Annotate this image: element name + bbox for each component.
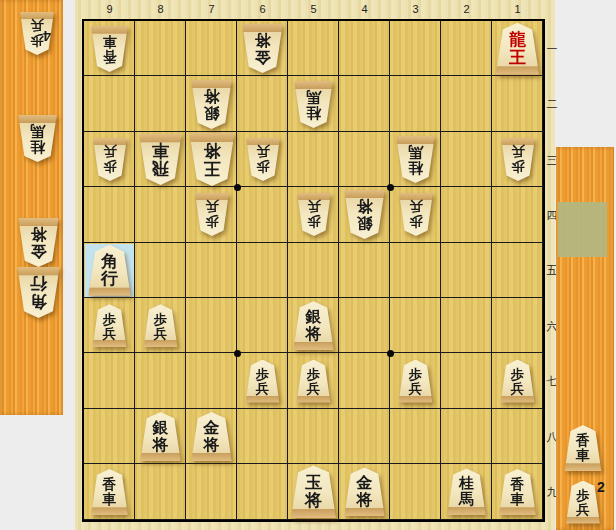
- koma-kanji: 兵: [256, 381, 270, 395]
- koma-kanji: 将: [203, 142, 220, 160]
- silver-koma-face: 銀将: [190, 80, 233, 129]
- lance-koma-face: 香車: [564, 425, 603, 471]
- pawn-koma-face: 歩兵: [245, 138, 281, 181]
- column-label-2: 2: [457, 3, 477, 15]
- koma-kanji: 香: [576, 433, 590, 448]
- koma-kanji: 歩: [103, 312, 117, 326]
- gote-hand-tray[interactable]: 歩兵4桂馬金将角行: [0, 0, 63, 415]
- koma-kanji: 歩: [409, 215, 423, 229]
- piece-gote-pawn-54[interactable]: 歩兵: [296, 193, 332, 236]
- piece-gote-silver-72[interactable]: 銀将: [190, 80, 233, 129]
- koma-kanji: 車: [576, 448, 590, 463]
- koma-kanji: 金: [204, 420, 220, 437]
- piece-sente-pawn-37[interactable]: 歩兵: [398, 360, 434, 403]
- king-koma-face: 玉将: [290, 465, 338, 518]
- pawn-koma-face: 歩兵: [500, 138, 536, 181]
- piece-sente-dragon-11[interactable]: 龍王: [495, 23, 541, 75]
- piece-sente-king-59[interactable]: 玉将: [290, 465, 338, 518]
- koma-kanji: 将: [255, 32, 271, 49]
- sente-hand-tray[interactable]: 香車歩兵2: [556, 147, 614, 530]
- hand-count-pawn: 2: [594, 478, 608, 496]
- koma-kanji: 将: [306, 326, 322, 343]
- koma-kanji: 王: [203, 160, 220, 178]
- piece-gote-gold-inhand[interactable]: 金将: [17, 218, 60, 267]
- shogi-board[interactable]: 香車金将龍王銀将桂馬歩兵飛車王将歩兵桂馬歩兵歩兵歩兵銀将歩兵角行歩兵歩兵銀将歩兵…: [82, 19, 545, 522]
- koma-kanji: 将: [204, 437, 220, 454]
- koma-kanji: 車: [152, 142, 169, 160]
- piece-gote-rook-83[interactable]: 飛車: [138, 134, 183, 185]
- piece-sente-silver-56[interactable]: 銀将: [292, 301, 335, 350]
- pawn-koma-face: 歩兵: [245, 360, 281, 403]
- koma-kanji: 歩: [103, 160, 117, 174]
- koma-kanji: 銀: [153, 420, 169, 437]
- star-point-2: [234, 350, 241, 357]
- knight-koma-face: 桂馬: [446, 468, 487, 515]
- pawn-koma-face: 歩兵: [296, 193, 332, 236]
- board-area: 987654321 一二三四五六七八九 香車金将龍王銀将桂馬歩兵飛車王将歩兵桂馬…: [75, 0, 555, 530]
- koma-kanji: 金: [30, 242, 46, 259]
- koma-kanji: 将: [30, 225, 46, 242]
- bishop-koma-face: 角行: [87, 245, 132, 296]
- pawn-koma-face: 歩兵: [143, 304, 179, 347]
- koma-kanji: 馬: [459, 492, 474, 508]
- koma-kanji: 行: [30, 274, 47, 292]
- piece-gote-bishop-inhand[interactable]: 角行: [16, 267, 61, 318]
- koma-kanji: 歩: [256, 160, 270, 174]
- koma-kanji: 桂: [408, 160, 423, 176]
- hand-count-pawn: 4: [40, 27, 54, 45]
- knight-koma-face: 桂馬: [17, 115, 58, 162]
- piece-sente-pawn-67[interactable]: 歩兵: [245, 360, 281, 403]
- koma-kanji: 馬: [408, 144, 423, 160]
- koma-kanji: 兵: [307, 201, 321, 215]
- koma-kanji: 香: [103, 477, 117, 492]
- piece-gote-pawn-34[interactable]: 歩兵: [398, 193, 434, 236]
- pawn-koma-face: 歩兵: [92, 304, 128, 347]
- rook-koma-face: 飛車: [138, 134, 183, 185]
- koma-kanji: 歩: [205, 215, 219, 229]
- koma-kanji: 銀: [204, 104, 220, 121]
- koma-kanji: 香: [103, 49, 117, 64]
- koma-kanji: 歩: [511, 160, 525, 174]
- koma-kanji: 歩: [409, 367, 423, 381]
- piece-sente-pawn-86[interactable]: 歩兵: [143, 304, 179, 347]
- pawn-koma-face: 歩兵: [92, 138, 128, 181]
- bishop-koma-face: 角行: [16, 267, 61, 318]
- koma-kanji: 兵: [307, 381, 321, 395]
- piece-gote-pawn-13[interactable]: 歩兵: [500, 138, 536, 181]
- silver-koma-face: 銀将: [292, 301, 335, 350]
- piece-sente-lance-99[interactable]: 香車: [90, 469, 129, 515]
- piece-sente-lance-inhand[interactable]: 香車: [564, 425, 603, 471]
- koma-kanji: 馬: [30, 122, 45, 138]
- koma-kanji: 王: [509, 49, 526, 67]
- shogi-app: 歩兵4桂馬金将角行 987654321 一二三四五六七八九 香車金将龍王銀将桂馬…: [0, 0, 616, 530]
- lance-koma-face: 香車: [498, 469, 537, 515]
- koma-kanji: 兵: [409, 201, 423, 215]
- gold-koma-face: 金将: [241, 24, 284, 73]
- row-label-2: 二: [545, 97, 559, 111]
- silver-koma-face: 銀将: [343, 190, 386, 239]
- piece-sente-gold-49[interactable]: 金将: [343, 467, 386, 516]
- piece-gote-gold-61[interactable]: 金将: [241, 24, 284, 73]
- koma-kanji: 車: [103, 34, 117, 49]
- piece-gote-pawn-74[interactable]: 歩兵: [194, 193, 230, 236]
- column-label-8: 8: [151, 3, 171, 15]
- koma-kanji: 歩: [256, 367, 270, 381]
- koma-kanji: 兵: [409, 381, 423, 395]
- lance-koma-face: 香車: [90, 469, 129, 515]
- gold-koma-face: 金将: [190, 412, 233, 461]
- piece-gote-knight-inhand[interactable]: 桂馬: [17, 115, 58, 162]
- koma-kanji: 将: [357, 492, 373, 509]
- koma-kanji: 将: [204, 87, 220, 104]
- gold-koma-face: 金将: [343, 467, 386, 516]
- koma-kanji: 兵: [511, 381, 525, 395]
- hand-slot-highlight: [558, 202, 607, 257]
- koma-kanji: 兵: [154, 326, 168, 340]
- koma-kanji: 将: [305, 492, 322, 510]
- koma-kanji: 角: [30, 292, 47, 310]
- pawn-koma-face: 歩兵: [398, 193, 434, 236]
- piece-sente-knight-29[interactable]: 桂馬: [446, 468, 487, 515]
- koma-kanji: 行: [101, 270, 118, 288]
- koma-kanji: 兵: [103, 326, 117, 340]
- koma-kanji: 歩: [307, 215, 321, 229]
- koma-kanji: 飛: [152, 160, 169, 178]
- column-label-1: 1: [508, 3, 528, 15]
- pawn-koma-face: 歩兵: [296, 360, 332, 403]
- koma-kanji: 兵: [103, 145, 117, 159]
- lance-koma-face: 香車: [90, 26, 129, 72]
- piece-gote-knight-52[interactable]: 桂馬: [293, 81, 334, 128]
- koma-kanji: 兵: [576, 502, 590, 516]
- pawn-koma-face: 歩兵: [500, 360, 536, 403]
- koma-kanji: 兵: [511, 145, 525, 159]
- koma-kanji: 歩: [154, 312, 168, 326]
- star-point-3: [387, 350, 394, 357]
- koma-kanji: 歩: [576, 488, 590, 502]
- piece-gote-silver-44[interactable]: 銀将: [343, 190, 386, 239]
- dragon-koma-face: 龍王: [495, 23, 541, 75]
- piece-sente-pawn-17[interactable]: 歩兵: [500, 360, 536, 403]
- koma-kanji: 金: [255, 49, 271, 66]
- piece-sente-gold-78[interactable]: 金将: [190, 412, 233, 461]
- king-koma-face: 王将: [188, 133, 236, 186]
- piece-sente-pawn-96[interactable]: 歩兵: [92, 304, 128, 347]
- star-point-1: [387, 184, 394, 191]
- koma-kanji: 歩: [511, 367, 525, 381]
- piece-gote-knight-33[interactable]: 桂馬: [395, 136, 436, 183]
- pawn-koma-face: 歩兵: [398, 360, 434, 403]
- column-label-3: 3: [406, 3, 426, 15]
- knight-koma-face: 桂馬: [395, 136, 436, 183]
- knight-koma-face: 桂馬: [293, 81, 334, 128]
- koma-kanji: 歩: [307, 367, 321, 381]
- koma-kanji: 香: [511, 477, 525, 492]
- column-label-7: 7: [202, 3, 222, 15]
- koma-kanji: 車: [103, 492, 117, 507]
- koma-kanji: 桂: [30, 138, 45, 154]
- pawn-koma-face: 歩兵: [194, 193, 230, 236]
- silver-koma-face: 銀将: [139, 412, 182, 461]
- koma-kanji: 将: [357, 198, 373, 215]
- piece-gote-lance-91[interactable]: 香車: [90, 26, 129, 72]
- piece-sente-silver-88[interactable]: 銀将: [139, 412, 182, 461]
- koma-kanji: 兵: [256, 145, 270, 159]
- column-label-9: 9: [100, 3, 120, 15]
- koma-kanji: 銀: [357, 215, 373, 232]
- piece-gote-pawn-93[interactable]: 歩兵: [92, 138, 128, 181]
- gold-koma-face: 金将: [17, 218, 60, 267]
- column-label-5: 5: [304, 3, 324, 15]
- koma-kanji: 馬: [306, 89, 321, 105]
- piece-sente-lance-19[interactable]: 香車: [498, 469, 537, 515]
- koma-kanji: 桂: [306, 104, 321, 120]
- piece-gote-pawn-63[interactable]: 歩兵: [245, 138, 281, 181]
- piece-sente-pawn-57[interactable]: 歩兵: [296, 360, 332, 403]
- piece-gote-king-73[interactable]: 王将: [188, 133, 236, 186]
- column-label-4: 4: [355, 3, 375, 15]
- koma-kanji: 兵: [205, 201, 219, 215]
- koma-kanji: 将: [153, 437, 169, 454]
- koma-kanji: 車: [511, 492, 525, 507]
- row-label-1: 一: [545, 42, 559, 56]
- piece-sente-bishop-95[interactable]: 角行: [87, 245, 132, 296]
- column-label-6: 6: [253, 3, 273, 15]
